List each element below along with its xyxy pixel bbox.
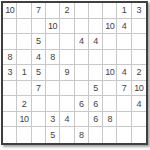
cell-r7c6[interactable]: 6 (75, 96, 89, 112)
cell-r8c10[interactable] (132, 112, 146, 128)
cell-r8c1[interactable] (3, 112, 17, 128)
cell-r7c8[interactable] (103, 96, 117, 112)
cell-r9c8[interactable] (103, 127, 117, 143)
cell-r3c8[interactable] (103, 34, 117, 50)
cell-r4c4[interactable]: 8 (46, 50, 60, 66)
cell-r1c5[interactable]: 2 (60, 3, 74, 19)
cell-r5c7[interactable] (89, 65, 103, 81)
cell-r7c5[interactable] (60, 96, 74, 112)
puzzle-grid: 1072131010454484831591042757102664103468… (3, 3, 146, 143)
cell-r3c10[interactable] (132, 34, 146, 50)
cell-r6c2[interactable] (17, 81, 31, 97)
cell-r8c7[interactable]: 6 (89, 112, 103, 128)
cell-r8c8[interactable]: 8 (103, 112, 117, 128)
cell-r6c7[interactable]: 5 (89, 81, 103, 97)
cell-r9c2[interactable] (17, 127, 31, 143)
cell-r5c1[interactable]: 3 (3, 65, 17, 81)
cell-r8c6[interactable] (75, 112, 89, 128)
cell-r2c5[interactable] (60, 19, 74, 35)
cell-r2c6[interactable] (75, 19, 89, 35)
cell-r9c7[interactable] (89, 127, 103, 143)
cell-r9c6[interactable]: 8 (75, 127, 89, 143)
cell-r4c7[interactable] (89, 50, 103, 66)
cell-r8c4[interactable]: 3 (46, 112, 60, 128)
cell-r5c6[interactable] (75, 65, 89, 81)
cell-r4c3[interactable]: 4 (32, 50, 46, 66)
cell-r4c8[interactable] (103, 50, 117, 66)
cell-r5c5[interactable]: 9 (60, 65, 74, 81)
cell-r7c1[interactable] (3, 96, 17, 112)
cell-r3c1[interactable] (3, 34, 17, 50)
cell-r9c1[interactable] (3, 127, 17, 143)
cell-r9c3[interactable] (32, 127, 46, 143)
cell-r3c5[interactable] (60, 34, 74, 50)
cell-r6c5[interactable] (60, 81, 74, 97)
cell-r6c8[interactable] (103, 81, 117, 97)
cell-r3c7[interactable]: 4 (89, 34, 103, 50)
cell-r9c5[interactable] (60, 127, 74, 143)
cell-r8c5[interactable]: 4 (60, 112, 74, 128)
cell-r1c6[interactable] (75, 3, 89, 19)
cell-r4c9[interactable] (117, 50, 131, 66)
cell-r6c1[interactable] (3, 81, 17, 97)
cell-r2c10[interactable] (132, 19, 146, 35)
cell-r4c10[interactable] (132, 50, 146, 66)
cell-r2c3[interactable] (32, 19, 46, 35)
cell-r4c5[interactable] (60, 50, 74, 66)
cell-r7c10[interactable]: 4 (132, 96, 146, 112)
cell-r1c8[interactable] (103, 3, 117, 19)
cell-r8c3[interactable] (32, 112, 46, 128)
cell-r1c2[interactable] (17, 3, 31, 19)
cell-r9c10[interactable] (132, 127, 146, 143)
cell-r5c3[interactable]: 5 (32, 65, 46, 81)
cell-r2c9[interactable]: 4 (117, 19, 131, 35)
cell-r8c9[interactable] (117, 112, 131, 128)
cell-r5c10[interactable]: 2 (132, 65, 146, 81)
cell-r6c9[interactable]: 7 (117, 81, 131, 97)
cell-r1c9[interactable]: 1 (117, 3, 131, 19)
cell-r5c8[interactable]: 10 (103, 65, 117, 81)
cell-r2c2[interactable] (17, 19, 31, 35)
cell-r3c9[interactable] (117, 34, 131, 50)
cell-r7c7[interactable]: 6 (89, 96, 103, 112)
cell-r2c4[interactable]: 10 (46, 19, 60, 35)
cell-r4c2[interactable] (17, 50, 31, 66)
cell-r6c10[interactable]: 10 (132, 81, 146, 97)
cell-r3c6[interactable]: 4 (75, 34, 89, 50)
cell-r9c9[interactable] (117, 127, 131, 143)
cell-r5c9[interactable]: 4 (117, 65, 131, 81)
cell-r1c1[interactable]: 10 (3, 3, 17, 19)
cell-r1c7[interactable] (89, 3, 103, 19)
cell-r1c3[interactable]: 7 (32, 3, 46, 19)
cell-r3c2[interactable] (17, 34, 31, 50)
cell-r9c4[interactable]: 5 (46, 127, 60, 143)
cell-r7c9[interactable] (117, 96, 131, 112)
cell-r1c4[interactable] (46, 3, 60, 19)
cell-r3c3[interactable]: 5 (32, 34, 46, 50)
cell-r5c4[interactable] (46, 65, 60, 81)
cell-r6c3[interactable]: 7 (32, 81, 46, 97)
cell-r2c7[interactable] (89, 19, 103, 35)
cell-r7c3[interactable] (32, 96, 46, 112)
cell-r6c4[interactable] (46, 81, 60, 97)
cell-r2c1[interactable] (3, 19, 17, 35)
cell-r7c2[interactable]: 2 (17, 96, 31, 112)
cell-r8c2[interactable]: 10 (17, 112, 31, 128)
cell-r2c8[interactable]: 10 (103, 19, 117, 35)
cell-r7c4[interactable] (46, 96, 60, 112)
puzzle-board: 1072131010454484831591042757102664103468… (1, 1, 148, 145)
cell-r1c10[interactable]: 3 (132, 3, 146, 19)
cell-r4c6[interactable] (75, 50, 89, 66)
cell-r4c1[interactable]: 8 (3, 50, 17, 66)
cell-r3c4[interactable] (46, 34, 60, 50)
cell-r6c6[interactable] (75, 81, 89, 97)
cell-r5c2[interactable]: 1 (17, 65, 31, 81)
